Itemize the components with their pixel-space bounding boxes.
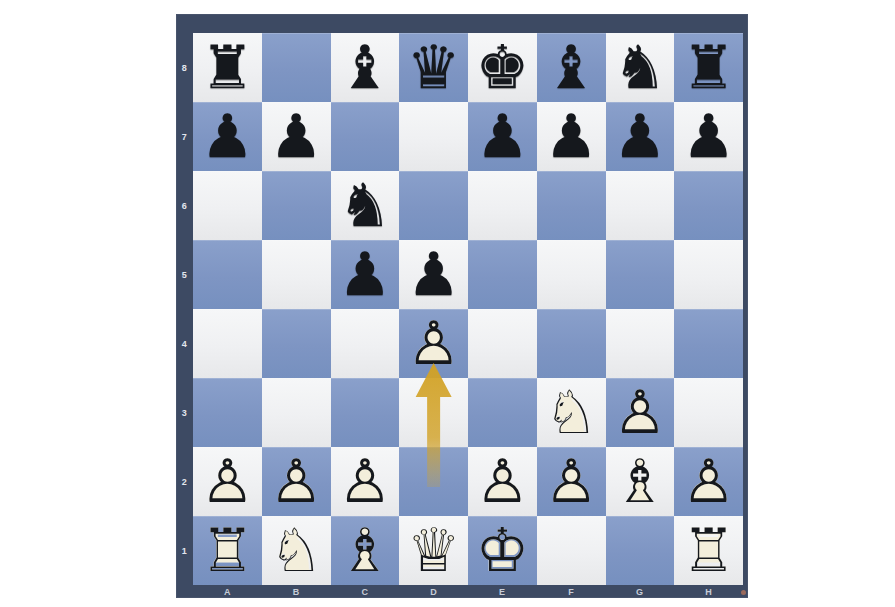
piece-white-queen[interactable]: ♛♕ [399,516,468,585]
square-d7[interactable] [399,102,468,171]
piece-black-pawn[interactable]: ♟ [193,102,262,171]
piece-white-bishop[interactable]: ♝♗ [331,516,400,585]
square-h6[interactable] [674,171,743,240]
piece-glyph: ♟ [544,102,598,171]
square-h1[interactable]: ♜♖ [674,516,743,585]
piece-black-pawn[interactable]: ♟ [331,240,400,309]
piece-outline-glyph: ♖ [682,516,736,585]
square-c1[interactable]: ♝♗ [331,516,400,585]
piece-glyph: ♟ [613,102,667,171]
rank-label-8: 8 [176,33,193,102]
square-d6[interactable] [399,171,468,240]
file-label-c: C [331,585,400,598]
square-b3[interactable] [262,378,331,447]
square-f6[interactable] [537,171,606,240]
square-h5[interactable] [674,240,743,309]
piece-black-rook[interactable]: ♜ [193,33,262,102]
square-a3[interactable] [193,378,262,447]
square-b4[interactable] [262,309,331,378]
square-g6[interactable] [606,171,675,240]
piece-glyph: ♟ [200,102,254,171]
square-e6[interactable] [468,171,537,240]
square-e2[interactable]: ♟♙ [468,447,537,516]
file-label-g: G [606,585,675,598]
rank-label-2: 2 [176,447,193,516]
piece-outline-glyph: ♗ [613,447,667,516]
piece-white-knight[interactable]: ♞♘ [537,378,606,447]
piece-glyph: ♛ [407,33,461,102]
piece-glyph: ♟ [407,240,461,309]
square-a4[interactable] [193,309,262,378]
piece-black-pawn[interactable]: ♟ [606,102,675,171]
square-d5[interactable]: ♟ [399,240,468,309]
piece-white-pawn[interactable]: ♟♙ [537,447,606,516]
square-d1[interactable]: ♛♕ [399,516,468,585]
file-label-d: D [399,585,468,598]
square-g5[interactable] [606,240,675,309]
piece-white-knight[interactable]: ♞♘ [262,516,331,585]
piece-black-king[interactable]: ♚ [468,33,537,102]
square-b8[interactable] [262,33,331,102]
piece-white-pawn[interactable]: ♟♙ [399,309,468,378]
piece-white-pawn[interactable]: ♟♙ [674,447,743,516]
piece-white-pawn[interactable]: ♟♙ [193,447,262,516]
piece-glyph: ♜ [200,33,254,102]
file-label-h: H [674,585,743,598]
square-h4[interactable] [674,309,743,378]
piece-glyph: ♟ [475,102,529,171]
square-h8[interactable]: ♜ [674,33,743,102]
file-label-e: E [468,585,537,598]
square-c5[interactable]: ♟ [331,240,400,309]
rank-label-6: 6 [176,171,193,240]
rank-label-7: 7 [176,102,193,171]
square-d3[interactable] [399,378,468,447]
square-f2[interactable]: ♟♙ [537,447,606,516]
piece-black-pawn[interactable]: ♟ [399,240,468,309]
piece-outline-glyph: ♙ [613,378,667,447]
square-g7[interactable]: ♟ [606,102,675,171]
square-a5[interactable] [193,240,262,309]
square-g8[interactable]: ♞ [606,33,675,102]
piece-outline-glyph: ♙ [544,447,598,516]
square-b2[interactable]: ♟♙ [262,447,331,516]
piece-glyph: ♟ [338,240,392,309]
piece-outline-glyph: ♖ [200,516,254,585]
file-label-b: B [262,585,331,598]
square-a7[interactable]: ♟ [193,102,262,171]
square-a1[interactable]: ♜♖ [193,516,262,585]
square-g3[interactable]: ♟♙ [606,378,675,447]
piece-outline-glyph: ♕ [407,516,461,585]
square-e1[interactable]: ♚♔ [468,516,537,585]
square-c8[interactable]: ♝ [331,33,400,102]
piece-white-rook[interactable]: ♜♖ [674,516,743,585]
square-d4[interactable]: ♟♙ [399,309,468,378]
resize-grip-dot[interactable] [741,590,746,595]
square-h7[interactable]: ♟ [674,102,743,171]
file-label-a: A [193,585,262,598]
piece-outline-glyph: ♙ [682,447,736,516]
piece-outline-glyph: ♘ [269,516,323,585]
square-h2[interactable]: ♟♙ [674,447,743,516]
piece-outline-glyph: ♙ [407,309,461,378]
square-g1[interactable] [606,516,675,585]
piece-black-pawn[interactable]: ♟ [674,102,743,171]
piece-glyph: ♝ [338,33,392,102]
piece-black-pawn[interactable]: ♟ [468,102,537,171]
square-f4[interactable] [537,309,606,378]
piece-black-bishop[interactable]: ♝ [537,33,606,102]
piece-outline-glyph: ♙ [475,447,529,516]
square-c3[interactable] [331,378,400,447]
piece-white-rook[interactable]: ♜♖ [193,516,262,585]
piece-white-pawn[interactable]: ♟♙ [606,378,675,447]
rank-label-5: 5 [176,240,193,309]
chess-board: ♜♝♛♚♝♞♜♟♟♟♟♟♟♞♟♟♟♙♞♘♟♙♟♙♟♙♟♙♟♙♟♙♝♗♟♙♜♖♞♘… [176,14,748,598]
piece-outline-glyph: ♙ [338,447,392,516]
square-c2[interactable]: ♟♙ [331,447,400,516]
page: { "game": "chess", "position": { "fen": … [0,0,895,607]
square-h3[interactable] [674,378,743,447]
square-e4[interactable] [468,309,537,378]
piece-black-rook[interactable]: ♜ [674,33,743,102]
piece-glyph: ♟ [269,102,323,171]
rank-label-1: 1 [176,516,193,585]
piece-outline-glyph: ♔ [475,516,529,585]
square-g2[interactable]: ♝♗ [606,447,675,516]
piece-black-pawn[interactable]: ♟ [537,102,606,171]
square-g4[interactable] [606,309,675,378]
piece-glyph: ♞ [613,33,667,102]
piece-white-bishop[interactable]: ♝♗ [606,447,675,516]
piece-glyph: ♟ [682,102,736,171]
piece-glyph: ♞ [338,171,392,240]
piece-outline-glyph: ♗ [338,516,392,585]
square-e7[interactable]: ♟ [468,102,537,171]
piece-glyph: ♝ [544,33,598,102]
piece-outline-glyph: ♙ [269,447,323,516]
piece-black-queen[interactable]: ♛ [399,33,468,102]
square-b7[interactable]: ♟ [262,102,331,171]
piece-glyph: ♜ [682,33,736,102]
square-d8[interactable]: ♛ [399,33,468,102]
piece-white-pawn[interactable]: ♟♙ [262,447,331,516]
square-f3[interactable]: ♞♘ [537,378,606,447]
square-f7[interactable]: ♟ [537,102,606,171]
square-a6[interactable] [193,171,262,240]
square-a8[interactable]: ♜ [193,33,262,102]
square-f1[interactable] [537,516,606,585]
rank-label-4: 4 [176,309,193,378]
square-b5[interactable] [262,240,331,309]
piece-white-pawn[interactable]: ♟♙ [331,447,400,516]
square-e5[interactable] [468,240,537,309]
square-c4[interactable] [331,309,400,378]
square-e8[interactable]: ♚ [468,33,537,102]
square-f8[interactable]: ♝ [537,33,606,102]
piece-glyph: ♚ [475,33,529,102]
piece-outline-glyph: ♘ [544,378,598,447]
board-squares: ♜♝♛♚♝♞♜♟♟♟♟♟♟♞♟♟♟♙♞♘♟♙♟♙♟♙♟♙♟♙♟♙♝♗♟♙♜♖♞♘… [193,33,743,585]
square-d2[interactable] [399,447,468,516]
square-b6[interactable] [262,171,331,240]
square-f5[interactable] [537,240,606,309]
square-b1[interactable]: ♞♘ [262,516,331,585]
rank-label-3: 3 [176,378,193,447]
square-a2[interactable]: ♟♙ [193,447,262,516]
piece-outline-glyph: ♙ [200,447,254,516]
piece-white-king[interactable]: ♚♔ [468,516,537,585]
piece-black-knight[interactable]: ♞ [606,33,675,102]
square-e3[interactable] [468,378,537,447]
piece-white-pawn[interactable]: ♟♙ [468,447,537,516]
piece-black-bishop[interactable]: ♝ [331,33,400,102]
square-c6[interactable]: ♞ [331,171,400,240]
piece-black-pawn[interactable]: ♟ [262,102,331,171]
square-c7[interactable] [331,102,400,171]
file-label-f: F [537,585,606,598]
piece-black-knight[interactable]: ♞ [331,171,400,240]
